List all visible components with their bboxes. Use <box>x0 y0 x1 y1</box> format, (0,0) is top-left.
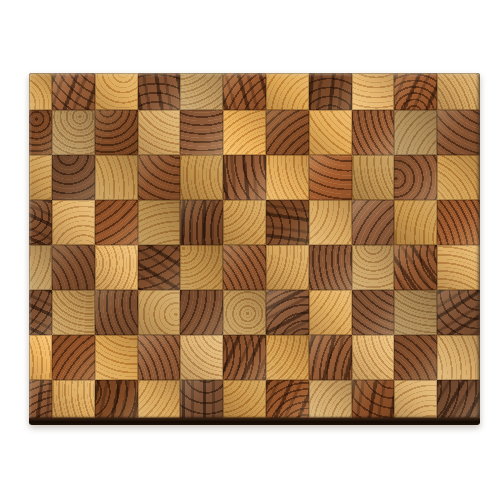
board-cell <box>95 110 138 155</box>
board-cell <box>138 380 181 418</box>
board-cell <box>352 290 395 335</box>
board-cell <box>29 290 52 335</box>
board-cell <box>52 110 95 155</box>
board-cell <box>180 335 223 380</box>
board-cell <box>309 245 352 290</box>
board-cell <box>180 110 223 155</box>
board-cell <box>138 290 181 335</box>
board-side-edge <box>29 418 480 425</box>
board-cell <box>266 110 309 155</box>
board-cell <box>223 245 266 290</box>
board-cell <box>394 335 437 380</box>
board-cell <box>437 155 480 200</box>
board-cell <box>95 335 138 380</box>
board-cell <box>95 73 138 110</box>
board-cell <box>352 73 395 110</box>
board-cell <box>309 155 352 200</box>
board-cell <box>437 290 480 335</box>
board-cell <box>29 245 52 290</box>
board-cell <box>394 110 437 155</box>
board-cell <box>29 73 52 110</box>
board-cell <box>352 335 395 380</box>
board-cell <box>29 110 52 155</box>
board-cell <box>138 245 181 290</box>
board-cell <box>29 335 52 380</box>
board-cell <box>52 245 95 290</box>
board-cell <box>52 73 95 110</box>
board-cell <box>138 110 181 155</box>
board-cell <box>352 245 395 290</box>
board-cell <box>138 200 181 245</box>
board-cell <box>437 110 480 155</box>
board-cell <box>309 380 352 418</box>
board-cell <box>29 155 52 200</box>
board-cell <box>52 290 95 335</box>
board-cell <box>52 335 95 380</box>
board-cell <box>52 200 95 245</box>
board-cell <box>180 73 223 110</box>
board-cell <box>309 290 352 335</box>
board-cell <box>180 200 223 245</box>
board-cell <box>223 73 266 110</box>
board-cell <box>266 290 309 335</box>
board-cell <box>266 155 309 200</box>
board-cell <box>266 200 309 245</box>
board-cell <box>394 245 437 290</box>
board-cell <box>394 380 437 418</box>
board-cell <box>223 110 266 155</box>
board-cell <box>180 245 223 290</box>
board-cell <box>352 380 395 418</box>
board-cell <box>223 290 266 335</box>
board-cell <box>95 290 138 335</box>
board-cell <box>95 155 138 200</box>
board-cell <box>309 200 352 245</box>
board-cell <box>95 245 138 290</box>
board-cell <box>223 155 266 200</box>
board-grid <box>29 73 480 418</box>
board-cell <box>29 200 52 245</box>
board-cell <box>52 155 95 200</box>
photo-background <box>0 0 490 490</box>
board-cell <box>352 155 395 200</box>
board-cell <box>223 335 266 380</box>
board-cell <box>266 245 309 290</box>
board-cell <box>266 380 309 418</box>
board-cell <box>309 335 352 380</box>
board-cell <box>266 335 309 380</box>
board-cell <box>437 380 480 418</box>
board-cell <box>180 290 223 335</box>
board-cell <box>95 380 138 418</box>
board-cell <box>29 380 52 418</box>
board-cell <box>437 245 480 290</box>
cutting-board <box>29 73 480 425</box>
board-cell <box>180 380 223 418</box>
board-cell <box>394 290 437 335</box>
board-cell <box>223 380 266 418</box>
board-cell <box>394 200 437 245</box>
board-cell <box>394 73 437 110</box>
board-cell <box>180 155 223 200</box>
board-cell <box>309 110 352 155</box>
board-cell <box>352 200 395 245</box>
board-cell <box>95 200 138 245</box>
board-cell <box>394 155 437 200</box>
board-cell <box>223 200 266 245</box>
board-cell <box>437 200 480 245</box>
board-cell <box>266 73 309 110</box>
board-cell <box>437 335 480 380</box>
board-cell <box>138 155 181 200</box>
board-cell <box>352 110 395 155</box>
board-cell <box>309 73 352 110</box>
board-cell <box>138 73 181 110</box>
board-cell <box>138 335 181 380</box>
board-cell <box>437 73 480 110</box>
board-cell <box>52 380 95 418</box>
